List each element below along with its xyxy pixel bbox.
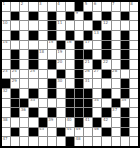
blocked-cell (48, 89, 56, 98)
blocked-cell (121, 50, 129, 59)
blocked-cell (84, 89, 92, 98)
clue-number: 48 (76, 137, 81, 141)
letter-cell[interactable] (39, 12, 47, 21)
letter-cell[interactable]: 20 (57, 60, 65, 69)
letter-cell[interactable] (112, 41, 120, 50)
letter-cell[interactable] (39, 137, 47, 146)
clue-number: 7 (112, 2, 115, 6)
letter-cell[interactable] (39, 41, 47, 50)
letter-cell[interactable] (93, 108, 101, 117)
letter-cell[interactable]: 22 (102, 60, 110, 69)
blocked-cell (11, 12, 19, 21)
blocked-cell (93, 60, 101, 69)
letter-cell[interactable] (20, 31, 28, 40)
letter-cell[interactable]: 14 (2, 41, 10, 50)
clue-number: 34 (94, 99, 99, 103)
clue-number: 31 (85, 79, 90, 83)
clue-number: 12 (103, 21, 108, 25)
letter-cell[interactable] (2, 128, 10, 137)
clue-number: 41 (85, 118, 90, 122)
letter-cell[interactable] (39, 99, 47, 108)
letter-cell[interactable] (39, 21, 47, 30)
blocked-cell (112, 99, 120, 108)
letter-cell[interactable] (112, 128, 120, 137)
letter-cell[interactable]: 34 (93, 99, 101, 108)
blocked-cell (48, 60, 56, 69)
clue-number: 10 (3, 21, 8, 25)
clue-number: 19 (57, 50, 62, 54)
blocked-cell (102, 50, 110, 59)
clue-number: 37 (112, 108, 117, 112)
clue-number: 33 (30, 99, 35, 103)
letter-cell[interactable] (20, 89, 28, 98)
clue-number: 44 (66, 128, 71, 132)
letter-cell[interactable] (112, 50, 120, 59)
blocked-cell (75, 99, 83, 108)
letter-cell[interactable] (11, 2, 19, 11)
clue-number: 28 (112, 70, 117, 74)
letter-cell[interactable] (39, 108, 47, 117)
letter-cell[interactable]: 18 (39, 50, 47, 59)
blocked-cell (121, 128, 129, 137)
clue-number: 35 (121, 99, 126, 103)
letter-cell[interactable]: 35 (121, 99, 129, 108)
letter-cell[interactable]: 29 (11, 79, 19, 88)
blocked-cell (121, 12, 129, 21)
blocked-cell (102, 41, 110, 50)
blocked-cell (84, 99, 92, 108)
blocked-cell (121, 79, 129, 88)
blocked-cell (11, 89, 19, 98)
letter-cell[interactable] (20, 50, 28, 59)
letter-cell[interactable]: 39 (48, 118, 56, 127)
letter-cell[interactable] (130, 99, 138, 108)
blocked-cell (102, 31, 110, 40)
blocked-cell (66, 12, 74, 21)
letter-cell[interactable] (11, 21, 19, 30)
blocked-cell (102, 128, 110, 137)
letter-cell[interactable] (93, 89, 101, 98)
letter-cell[interactable] (93, 79, 101, 88)
blocked-cell (75, 70, 83, 79)
letter-cell[interactable] (93, 137, 101, 146)
clue-number: 23 (3, 70, 8, 74)
letter-cell[interactable] (57, 31, 65, 40)
letter-cell[interactable] (121, 137, 129, 146)
clue-number: 27 (94, 70, 99, 74)
blocked-cell (20, 99, 28, 108)
blocked-cell (29, 50, 37, 59)
letter-cell[interactable] (48, 128, 56, 137)
letter-cell[interactable] (112, 137, 120, 146)
blocked-cell (39, 118, 47, 127)
letter-cell[interactable] (121, 2, 129, 11)
letter-cell[interactable] (39, 89, 47, 98)
letter-cell[interactable] (20, 21, 28, 30)
letter-cell[interactable] (57, 137, 65, 146)
blocked-cell (102, 108, 110, 117)
blocked-cell (93, 118, 101, 127)
clue-number: 21 (85, 60, 90, 64)
clue-number: 32 (3, 89, 8, 93)
clue-number: 47 (3, 137, 8, 141)
letter-cell[interactable] (11, 118, 19, 127)
letter-cell[interactable] (39, 70, 47, 79)
blocked-cell (84, 108, 92, 117)
letter-cell[interactable] (102, 2, 110, 11)
letter-cell[interactable] (66, 50, 74, 59)
letter-cell[interactable] (112, 79, 120, 88)
letter-cell[interactable]: 7 (112, 2, 120, 11)
blocked-cell (66, 31, 74, 40)
letter-cell[interactable]: 10 (2, 21, 10, 30)
blocked-cell (11, 128, 19, 137)
letter-cell[interactable] (66, 2, 74, 11)
blocked-cell (29, 31, 37, 40)
letter-cell[interactable]: 16 (66, 41, 74, 50)
clue-number: 13 (94, 31, 99, 35)
clue-number: 45 (76, 128, 81, 132)
letter-cell[interactable] (66, 21, 74, 30)
letter-cell[interactable] (2, 108, 10, 117)
letter-cell[interactable] (130, 108, 138, 117)
letter-cell[interactable] (93, 41, 101, 50)
letter-cell[interactable]: 12 (102, 21, 110, 30)
letter-cell[interactable]: 40 (66, 118, 74, 127)
blocked-cell (48, 79, 56, 88)
letter-cell[interactable] (112, 60, 120, 69)
letter-cell[interactable] (121, 21, 129, 30)
letter-cell[interactable] (112, 12, 120, 21)
clue-number: 6 (94, 2, 97, 6)
letter-cell[interactable]: 26 (84, 70, 92, 79)
letter-cell[interactable] (20, 137, 28, 146)
letter-cell[interactable] (130, 128, 138, 137)
letter-cell[interactable] (20, 60, 28, 69)
letter-cell[interactable] (20, 12, 28, 21)
clue-number: 26 (85, 70, 90, 74)
blocked-cell (75, 41, 83, 50)
letter-cell[interactable]: 33 (29, 99, 37, 108)
letter-cell[interactable]: 32 (2, 89, 10, 98)
clue-number: 15 (48, 41, 53, 45)
blocked-cell (75, 2, 83, 11)
clue-number: 17 (85, 41, 90, 45)
letter-cell[interactable]: 23 (2, 70, 10, 79)
blocked-cell (66, 89, 74, 98)
letter-cell[interactable]: 5 (84, 2, 92, 11)
letter-cell[interactable] (20, 128, 28, 137)
clue-number: 11 (57, 21, 62, 25)
letter-cell[interactable] (2, 60, 10, 69)
letter-cell[interactable] (112, 21, 120, 30)
letter-cell[interactable] (130, 118, 138, 127)
blocked-cell (75, 60, 83, 69)
blocked-cell (75, 108, 83, 117)
letter-cell[interactable]: 4 (57, 2, 65, 11)
letter-cell[interactable]: 15 (48, 41, 56, 50)
letter-cell[interactable]: 30 (57, 79, 65, 88)
letter-cell[interactable]: 21 (84, 60, 92, 69)
crossword-grid: 1234567891011121314151617181920212223242… (2, 2, 138, 146)
letter-cell[interactable] (48, 50, 56, 59)
blocked-cell (48, 21, 56, 30)
letter-cell[interactable]: 48 (75, 137, 83, 146)
letter-cell[interactable] (130, 41, 138, 50)
blocked-cell (11, 50, 19, 59)
letter-cell[interactable] (39, 60, 47, 69)
blocked-cell (57, 70, 65, 79)
clue-number: 40 (66, 118, 71, 122)
clue-number: 38 (3, 118, 8, 122)
letter-cell[interactable]: 11 (57, 21, 65, 30)
clue-number: 3 (39, 2, 42, 6)
letter-cell[interactable]: 36 (20, 108, 28, 117)
letter-cell[interactable] (121, 70, 129, 79)
letter-cell[interactable] (2, 31, 10, 40)
blocked-cell (121, 89, 129, 98)
letter-cell[interactable] (93, 12, 101, 21)
letter-cell[interactable] (102, 99, 110, 108)
letter-cell[interactable] (130, 12, 138, 21)
blocked-cell (102, 70, 110, 79)
letter-cell[interactable] (112, 31, 120, 40)
letter-cell[interactable]: 37 (112, 108, 120, 117)
clue-number: 46 (94, 128, 99, 132)
blocked-cell (93, 21, 101, 30)
clue-number: 25 (30, 70, 35, 74)
letter-cell[interactable]: 46 (93, 128, 101, 137)
clue-number: 42 (103, 118, 108, 122)
letter-cell[interactable] (29, 118, 37, 127)
letter-cell[interactable]: 24 (11, 70, 19, 79)
letter-cell[interactable] (2, 50, 10, 59)
letter-cell[interactable]: 17 (84, 41, 92, 50)
letter-cell[interactable]: 3 (39, 2, 47, 11)
letter-cell[interactable]: 38 (2, 118, 10, 127)
clue-number: 22 (103, 60, 108, 64)
clue-number: 8 (130, 2, 133, 6)
letter-cell[interactable] (112, 118, 120, 127)
letter-cell[interactable]: 28 (112, 70, 120, 79)
letter-cell[interactable] (130, 70, 138, 79)
letter-cell[interactable]: 6 (93, 2, 101, 11)
letter-cell[interactable] (93, 50, 101, 59)
blocked-cell (121, 108, 129, 117)
blocked-cell (11, 60, 19, 69)
blocked-cell (84, 12, 92, 21)
blocked-cell (57, 128, 65, 137)
letter-cell[interactable] (130, 21, 138, 30)
letter-cell[interactable] (48, 2, 56, 11)
blocked-cell (57, 41, 65, 50)
letter-cell[interactable] (84, 21, 92, 30)
letter-cell[interactable]: 42 (102, 118, 110, 127)
letter-cell[interactable] (57, 89, 65, 98)
letter-cell[interactable]: 44 (66, 128, 74, 137)
letter-cell[interactable] (11, 41, 19, 50)
letter-cell[interactable] (39, 31, 47, 40)
letter-cell[interactable] (11, 137, 19, 146)
letter-cell[interactable] (130, 60, 138, 69)
letter-cell[interactable] (57, 99, 65, 108)
clue-number: 18 (39, 50, 44, 54)
blocked-cell (29, 108, 37, 117)
letter-cell[interactable] (84, 137, 92, 146)
letter-cell[interactable] (48, 137, 56, 146)
blocked-cell (29, 12, 37, 21)
blocked-cell (121, 31, 129, 40)
letter-cell[interactable] (20, 79, 28, 88)
letter-cell[interactable] (66, 79, 74, 88)
blocked-cell (121, 118, 129, 127)
blocked-cell (29, 60, 37, 69)
letter-cell[interactable] (130, 50, 138, 59)
letter-cell[interactable] (66, 60, 74, 69)
letter-cell[interactable]: 19 (57, 50, 65, 59)
letter-cell[interactable] (66, 70, 74, 79)
blocked-cell (66, 137, 74, 146)
blocked-cell (84, 50, 92, 59)
letter-cell[interactable]: 13 (93, 31, 101, 40)
blocked-cell (11, 31, 19, 40)
blocked-cell (2, 79, 10, 88)
letter-cell[interactable] (39, 79, 47, 88)
letter-cell[interactable] (20, 41, 28, 50)
clue-number: 5 (85, 2, 88, 6)
letter-cell[interactable]: 43 (39, 128, 47, 137)
letter-cell[interactable] (84, 128, 92, 137)
letter-cell[interactable] (29, 79, 37, 88)
letter-cell[interactable]: 41 (84, 118, 92, 127)
letter-cell[interactable]: 45 (75, 128, 83, 137)
letter-cell[interactable]: 1 (2, 2, 10, 11)
clue-number: 36 (21, 108, 26, 112)
letter-cell[interactable]: 8 (130, 2, 138, 11)
letter-cell[interactable] (130, 31, 138, 40)
letter-cell[interactable] (75, 31, 83, 40)
blocked-cell (75, 50, 83, 59)
letter-cell[interactable] (2, 12, 10, 21)
blocked-cell (11, 99, 19, 108)
letter-cell[interactable] (57, 12, 65, 21)
clue-number: 16 (66, 41, 71, 45)
letter-cell[interactable]: 25 (29, 70, 37, 79)
letter-cell[interactable] (102, 79, 110, 88)
blocked-cell (102, 89, 110, 98)
clue-number: 39 (48, 118, 53, 122)
letter-cell[interactable] (102, 137, 110, 146)
letter-cell[interactable] (130, 137, 138, 146)
letter-cell[interactable] (112, 89, 120, 98)
blocked-cell (29, 128, 37, 137)
letter-cell[interactable] (2, 99, 10, 108)
blocked-cell (121, 41, 129, 50)
clue-number: 14 (3, 41, 8, 45)
clue-number: 4 (57, 2, 60, 6)
blocked-cell (75, 118, 83, 127)
blocked-cell (66, 108, 74, 117)
letter-cell[interactable] (29, 21, 37, 30)
letter-cell[interactable] (57, 118, 65, 127)
blocked-cell (48, 31, 56, 40)
blocked-cell (121, 60, 129, 69)
clue-number: 30 (57, 79, 62, 83)
clue-number: 9 (76, 12, 79, 16)
blocked-cell (75, 79, 83, 88)
blocked-cell (75, 89, 83, 98)
letter-cell[interactable] (20, 70, 28, 79)
letter-cell[interactable]: 27 (93, 70, 101, 79)
blocked-cell (84, 31, 92, 40)
letter-cell[interactable] (29, 137, 37, 146)
letter-cell[interactable] (130, 89, 138, 98)
clue-number: 1 (3, 2, 6, 6)
clue-number: 20 (57, 60, 62, 64)
blocked-cell (48, 12, 56, 21)
blocked-cell (66, 99, 74, 108)
letter-cell[interactable]: 2 (20, 2, 28, 11)
blocked-cell (11, 108, 19, 117)
letter-cell[interactable]: 47 (2, 137, 10, 146)
blocked-cell (102, 12, 110, 21)
crossword-puzzle: 1234567891011121314151617181920212223242… (0, 0, 140, 148)
clue-number: 2 (21, 2, 24, 6)
letter-cell[interactable] (57, 108, 65, 117)
letter-cell[interactable] (48, 70, 56, 79)
letter-cell[interactable] (75, 21, 83, 30)
blocked-cell (29, 89, 37, 98)
letter-cell[interactable]: 9 (75, 12, 83, 21)
letter-cell[interactable] (29, 41, 37, 50)
letter-cell[interactable] (130, 79, 138, 88)
clue-number: 43 (39, 128, 44, 132)
letter-cell[interactable] (48, 99, 56, 108)
letter-cell[interactable] (20, 118, 28, 127)
clue-number: 29 (12, 79, 17, 83)
letter-cell[interactable] (29, 2, 37, 11)
blocked-cell (48, 108, 56, 117)
letter-cell[interactable]: 31 (84, 79, 92, 88)
clue-number: 24 (12, 70, 17, 74)
